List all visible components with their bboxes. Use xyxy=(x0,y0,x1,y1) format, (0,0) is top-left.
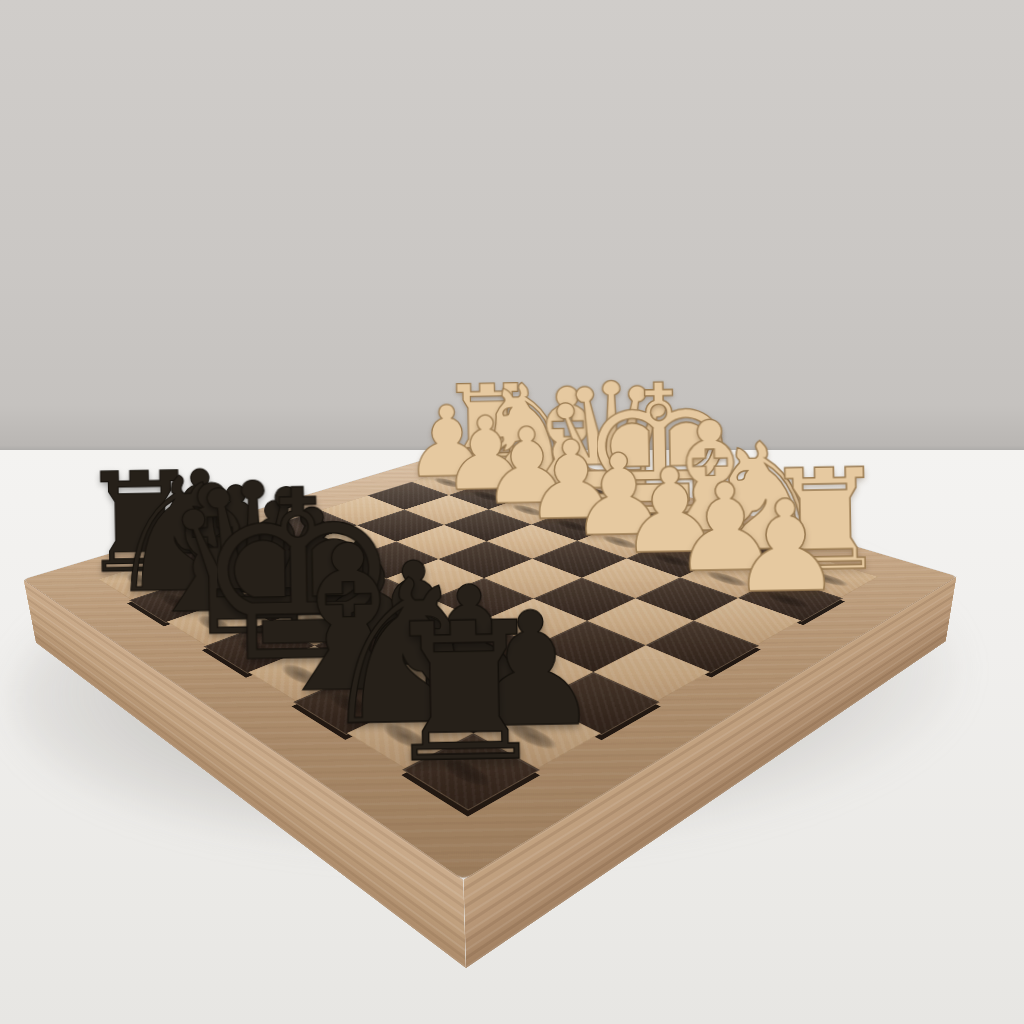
black-rook-glyph: ♜ xyxy=(377,601,551,785)
piece-black-rook[interactable]: ♜ xyxy=(367,576,560,774)
white-pawn-glyph: ♟ xyxy=(728,486,843,608)
piece-white-pawn[interactable]: ♟ xyxy=(711,470,858,601)
